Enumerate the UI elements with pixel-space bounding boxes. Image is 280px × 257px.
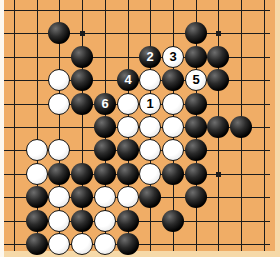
stone-black-move-6: 6 (94, 93, 116, 115)
stone-white (139, 116, 161, 138)
stone-black (185, 46, 207, 68)
board-edge-strip-right (275, 0, 280, 257)
stone-white (94, 186, 116, 208)
stone-black-move-2: 2 (139, 46, 161, 68)
stone-black (94, 139, 116, 161)
stone-white (117, 186, 139, 208)
stone-black (207, 116, 229, 138)
stone-white (139, 69, 161, 91)
grid-line-horizontal (4, 10, 270, 11)
stone-white-move-5: 5 (185, 69, 207, 91)
stone-black (162, 163, 184, 185)
stone-black (26, 186, 48, 208)
board-margin-left (0, 0, 4, 257)
stone-black (117, 139, 139, 161)
stone-white (48, 210, 70, 232)
stone-black (26, 210, 48, 232)
stone-white (48, 233, 70, 255)
stone-white (48, 93, 70, 115)
stone-white (162, 93, 184, 115)
stone-black (71, 69, 93, 91)
stone-white (48, 186, 70, 208)
grid-line-horizontal (4, 33, 270, 34)
stone-black (48, 163, 70, 185)
star-point (80, 31, 85, 36)
stone-black (117, 163, 139, 185)
stone-white (94, 210, 116, 232)
stone-white (48, 69, 70, 91)
stone-black (139, 186, 161, 208)
stone-black (185, 163, 207, 185)
stone-black (71, 186, 93, 208)
stone-white (162, 116, 184, 138)
grid-line-vertical (14, 0, 15, 251)
stone-white (94, 233, 116, 255)
stone-black (71, 93, 93, 115)
stone-black (185, 186, 207, 208)
stone-white (71, 233, 93, 255)
stone-white (139, 163, 161, 185)
stone-black (230, 116, 252, 138)
stone-black (185, 93, 207, 115)
grid-line-vertical (264, 0, 265, 251)
stone-white (139, 139, 161, 161)
go-board[interactable]: 234561 (4, 0, 275, 251)
stone-white-move-3: 3 (162, 46, 184, 68)
stone-white (26, 139, 48, 161)
stone-white (117, 116, 139, 138)
stone-black (117, 210, 139, 232)
stone-black (71, 210, 93, 232)
stone-white-move-1: 1 (139, 93, 161, 115)
star-point (216, 31, 221, 36)
stone-black (207, 46, 229, 68)
stone-white (162, 139, 184, 161)
stone-white (117, 93, 139, 115)
stone-black (94, 163, 116, 185)
stone-white (48, 139, 70, 161)
stone-black (185, 139, 207, 161)
stone-black (71, 46, 93, 68)
stone-black (117, 233, 139, 255)
stone-black (162, 69, 184, 91)
stone-black (207, 69, 229, 91)
stone-black (94, 116, 116, 138)
stone-white (26, 163, 48, 185)
star-point (216, 172, 221, 177)
stone-black-move-4: 4 (117, 69, 139, 91)
go-board-diagram: 234561 (0, 0, 280, 257)
stone-black (185, 116, 207, 138)
stone-black (185, 22, 207, 44)
stone-black (48, 22, 70, 44)
stone-black (71, 163, 93, 185)
stone-black (162, 210, 184, 232)
grid-line-horizontal (4, 57, 270, 58)
stone-black (26, 233, 48, 255)
